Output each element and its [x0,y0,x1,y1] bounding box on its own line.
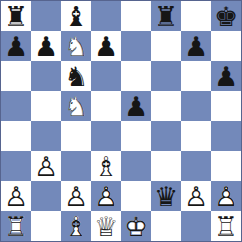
square-b6[interactable] [31,61,61,91]
white-bishop[interactable]: ♝♗ [61,211,91,241]
square-f8[interactable]: ♜ [151,1,181,31]
white-knight[interactable]: ♞♘ [61,91,91,121]
square-d5[interactable] [91,91,121,121]
black-pawn[interactable]: ♟ [181,31,211,61]
square-f7[interactable] [151,31,181,61]
square-f6[interactable] [151,61,181,91]
piece-glyph: ♜ [151,1,181,31]
square-e4[interactable] [121,121,151,151]
square-a8[interactable]: ♜ [1,1,31,31]
white-queen[interactable]: ♛♕ [91,211,121,241]
white-pawn[interactable]: ♟♙ [61,181,91,211]
square-d1[interactable]: ♛♕ [91,211,121,241]
black-knight[interactable]: ♞ [61,61,91,91]
piece-outline-layer: ♙ [31,151,61,181]
white-rook[interactable]: ♜♖ [211,211,241,241]
square-g4[interactable] [181,121,211,151]
square-f2[interactable]: ♛ [151,181,181,211]
square-h8[interactable]: ♚ [211,1,241,31]
square-b8[interactable] [31,1,61,31]
piece-outline-layer: ♙ [91,181,121,211]
square-c5[interactable]: ♞♘ [61,91,91,121]
white-pawn[interactable]: ♟♙ [181,181,211,211]
square-a3[interactable] [1,151,31,181]
square-c1[interactable]: ♝♗ [61,211,91,241]
square-c6[interactable]: ♞ [61,61,91,91]
piece-outline-layer: ♕ [91,211,121,241]
black-rook[interactable]: ♜ [151,1,181,31]
black-bishop[interactable]: ♝ [61,1,91,31]
chess-board: ♜♝♜♚♟♟♞♘♟♟♞♟♞♘♟♟♙♝♗♟♙♟♙♟♙♛♟♙♟♙♜♖♝♗♛♕♚♔♜♖ [0,0,242,242]
piece-outline-layer: ♙ [181,181,211,211]
square-h6[interactable]: ♟ [211,61,241,91]
white-rook[interactable]: ♜♖ [1,211,31,241]
piece-outline-layer: ♘ [61,91,91,121]
square-e2[interactable] [121,181,151,211]
square-f5[interactable] [151,91,181,121]
square-a5[interactable] [1,91,31,121]
piece-outline-layer: ♙ [1,181,31,211]
piece-glyph: ♚ [211,1,241,31]
piece-glyph: ♜ [1,1,31,31]
square-g7[interactable]: ♟ [181,31,211,61]
piece-outline-layer: ♖ [211,211,241,241]
square-b1[interactable] [31,211,61,241]
square-a1[interactable]: ♜♖ [1,211,31,241]
square-f4[interactable] [151,121,181,151]
square-g3[interactable] [181,151,211,181]
square-a7[interactable]: ♟ [1,31,31,61]
piece-glyph: ♞ [61,61,91,91]
square-b2[interactable] [31,181,61,211]
white-king[interactable]: ♚♔ [121,211,151,241]
square-g6[interactable] [181,61,211,91]
square-e5[interactable]: ♟ [121,91,151,121]
square-c8[interactable]: ♝ [61,1,91,31]
square-h3[interactable] [211,151,241,181]
square-c2[interactable]: ♟♙ [61,181,91,211]
square-a6[interactable] [1,61,31,91]
square-h5[interactable] [211,91,241,121]
piece-glyph: ♟ [211,61,241,91]
square-f3[interactable] [151,151,181,181]
square-d6[interactable] [91,61,121,91]
square-b3[interactable]: ♟♙ [31,151,61,181]
white-knight[interactable]: ♞♘ [61,31,91,61]
piece-outline-layer: ♔ [121,211,151,241]
square-c3[interactable] [61,151,91,181]
piece-glyph: ♟ [31,31,61,61]
piece-outline-layer: ♙ [61,181,91,211]
square-d8[interactable] [91,1,121,31]
square-e3[interactable] [121,151,151,181]
black-pawn[interactable]: ♟ [31,31,61,61]
square-g2[interactable]: ♟♙ [181,181,211,211]
square-c7[interactable]: ♞♘ [61,31,91,61]
black-queen[interactable]: ♛ [151,181,181,211]
square-f1[interactable] [151,211,181,241]
piece-outline-layer: ♘ [61,31,91,61]
black-rook[interactable]: ♜ [1,1,31,31]
square-e1[interactable]: ♚♔ [121,211,151,241]
square-d2[interactable]: ♟♙ [91,181,121,211]
square-e6[interactable] [121,61,151,91]
piece-outline-layer: ♙ [211,181,241,211]
black-pawn[interactable]: ♟ [121,91,151,121]
square-a4[interactable] [1,121,31,151]
piece-glyph: ♟ [91,31,121,61]
square-e7[interactable] [121,31,151,61]
piece-outline-layer: ♗ [91,151,121,181]
piece-outline-layer: ♗ [61,211,91,241]
piece-glyph: ♛ [151,181,181,211]
square-d7[interactable]: ♟ [91,31,121,61]
piece-outline-layer: ♖ [1,211,31,241]
square-e8[interactable] [121,1,151,31]
square-a2[interactable]: ♟♙ [1,181,31,211]
black-pawn[interactable]: ♟ [1,31,31,61]
square-b5[interactable] [31,91,61,121]
piece-glyph: ♟ [1,31,31,61]
square-d4[interactable] [91,121,121,151]
black-pawn[interactable]: ♟ [211,61,241,91]
square-d3[interactable]: ♝♗ [91,151,121,181]
piece-glyph: ♟ [121,91,151,121]
square-h2[interactable]: ♟♙ [211,181,241,211]
square-h7[interactable] [211,31,241,61]
black-pawn[interactable]: ♟ [91,31,121,61]
piece-glyph: ♟ [181,31,211,61]
square-g8[interactable] [181,1,211,31]
white-pawn[interactable]: ♟♙ [1,181,31,211]
square-b7[interactable]: ♟ [31,31,61,61]
square-c4[interactable] [61,121,91,151]
black-king[interactable]: ♚ [211,1,241,31]
square-g5[interactable] [181,91,211,121]
square-h1[interactable]: ♜♖ [211,211,241,241]
piece-glyph: ♝ [61,1,91,31]
square-b4[interactable] [31,121,61,151]
square-h4[interactable] [211,121,241,151]
white-pawn[interactable]: ♟♙ [211,181,241,211]
white-pawn[interactable]: ♟♙ [31,151,61,181]
white-bishop[interactable]: ♝♗ [91,151,121,181]
white-pawn[interactable]: ♟♙ [91,181,121,211]
square-g1[interactable] [181,211,211,241]
